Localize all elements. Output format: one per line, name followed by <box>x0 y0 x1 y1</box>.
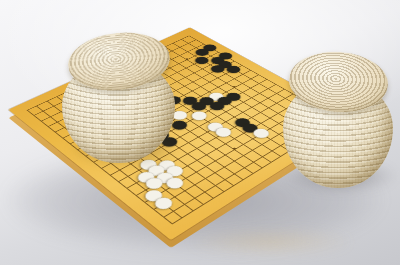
right-stone-bowl[interactable] <box>283 52 393 188</box>
table-reflection <box>185 228 355 256</box>
left-stone-bowl[interactable] <box>62 33 175 163</box>
go-photo-scene: ●●●●●●●●●●●●●●●●●●●●●●●●●●●●●●●●●●●●●●●●… <box>0 0 400 265</box>
